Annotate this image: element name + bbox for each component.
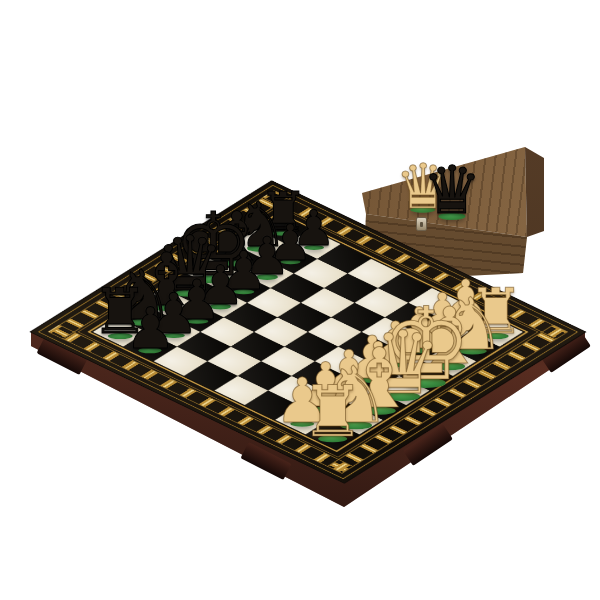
rook-glyph: ♜ <box>301 384 365 441</box>
queen-glyph: ♛ <box>422 165 481 218</box>
spare-piece-black-queen[interactable]: ♛ <box>422 165 481 220</box>
scene: ♛♛♜♞♟♝♟♚♟♛♟♝♟♞♟♟♜♟♟♜♟♟♞♟♝♟♚♟♛♟♝♟♞♜ <box>0 0 600 600</box>
pawn-glyph: ♟ <box>125 306 176 352</box>
piece-black-pawn-a7[interactable]: ♟ <box>125 306 176 353</box>
piece-white-rook-a1[interactable]: ♜ <box>301 384 365 443</box>
pieces-layer: ♛♛♜♞♟♝♟♚♟♛♟♝♟♞♟♟♜♟♟♜♟♟♞♟♝♟♚♟♛♟♝♟♞♜ <box>0 0 600 600</box>
